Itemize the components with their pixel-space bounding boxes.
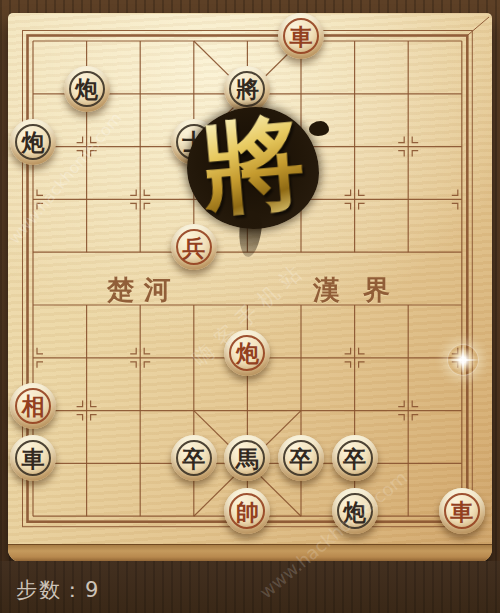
piece-glyph: 炮 xyxy=(10,119,56,165)
piece-glyph: 卒 xyxy=(332,435,378,481)
piece-black-soldier[interactable]: 卒 xyxy=(332,435,378,481)
piece-glyph: 帥 xyxy=(224,488,270,534)
piece-black-chariot[interactable]: 車 xyxy=(10,435,56,481)
piece-black-cannon[interactable]: 炮 xyxy=(10,119,56,165)
piece-glyph: 炮 xyxy=(64,66,110,112)
river-label-chu-he: 楚河 xyxy=(107,272,181,308)
piece-black-cannon[interactable]: 炮 xyxy=(64,66,110,112)
piece-red-chariot[interactable]: 車 xyxy=(278,13,324,59)
piece-glyph: 馬 xyxy=(224,435,270,481)
piece-glyph: 卒 xyxy=(171,435,217,481)
piece-glyph: 兵 xyxy=(171,224,217,270)
piece-glyph: 相 xyxy=(10,383,56,429)
check-banner-glyph: 將 xyxy=(198,109,309,220)
piece-red-chariot[interactable]: 車 xyxy=(439,488,485,534)
piece-black-cannon[interactable]: 炮 xyxy=(332,488,378,534)
piece-red-soldier[interactable]: 兵 xyxy=(171,224,217,270)
piece-glyph: 炮 xyxy=(332,488,378,534)
piece-glyph: 炮 xyxy=(224,330,270,376)
piece-red-general[interactable]: 帥 xyxy=(224,488,270,534)
piece-glyph: 車 xyxy=(278,13,324,59)
piece-glyph: 車 xyxy=(10,435,56,481)
piece-black-horse[interactable]: 馬 xyxy=(224,435,270,481)
piece-glyph: 卒 xyxy=(278,435,324,481)
piece-glyph: 車 xyxy=(439,488,485,534)
xiangqi-board[interactable]: 楚河 漢界 車炮將炮士兵炮相車卒馬卒卒帥炮車 將 xyxy=(8,13,492,562)
piece-black-soldier[interactable]: 卒 xyxy=(171,435,217,481)
river-label-han-jie: 漢界 xyxy=(313,272,413,308)
step-counter: 步数：9 xyxy=(16,576,100,604)
piece-black-soldier[interactable]: 卒 xyxy=(278,435,324,481)
sparkle-effect-icon xyxy=(447,344,479,376)
piece-red-cannon[interactable]: 炮 xyxy=(224,330,270,376)
piece-red-elephant[interactable]: 相 xyxy=(10,383,56,429)
check-banner: 將 xyxy=(187,107,319,229)
